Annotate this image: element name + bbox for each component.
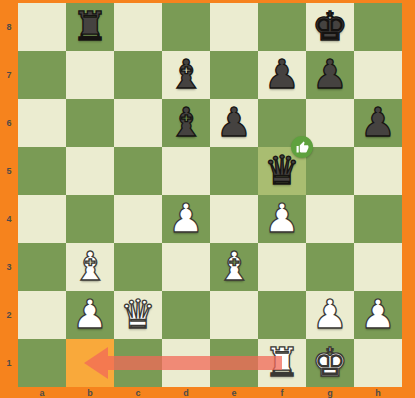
rank-label-8: 8 bbox=[0, 22, 18, 32]
file-label-h: h bbox=[354, 388, 402, 398]
square-g3[interactable] bbox=[306, 243, 354, 291]
square-e3[interactable]: ♝ bbox=[210, 243, 258, 291]
file-label-c: c bbox=[114, 388, 162, 398]
file-label-f: f bbox=[258, 388, 306, 398]
square-d5[interactable] bbox=[162, 147, 210, 195]
square-c6[interactable] bbox=[114, 99, 162, 147]
square-a4[interactable] bbox=[18, 195, 66, 243]
rank-label-3: 3 bbox=[0, 262, 18, 272]
chess-board[interactable]: ♜♚♝♟♟♝♟♟♛♟♟♝♝♟♛♟♟♜♚ bbox=[18, 3, 402, 387]
piece-white-bishop-b3[interactable]: ♝ bbox=[66, 243, 114, 291]
square-e8[interactable] bbox=[210, 3, 258, 51]
square-d7[interactable]: ♝ bbox=[162, 51, 210, 99]
square-c1[interactable] bbox=[114, 339, 162, 387]
square-h1[interactable] bbox=[354, 339, 402, 387]
good-move-badge bbox=[291, 136, 313, 158]
square-g5[interactable] bbox=[306, 147, 354, 195]
rank-label-4: 4 bbox=[0, 214, 18, 224]
square-a5[interactable] bbox=[18, 147, 66, 195]
square-g7[interactable]: ♟ bbox=[306, 51, 354, 99]
rank-label-2: 2 bbox=[0, 310, 18, 320]
square-e1[interactable] bbox=[210, 339, 258, 387]
square-d8[interactable] bbox=[162, 3, 210, 51]
square-a2[interactable] bbox=[18, 291, 66, 339]
square-b3[interactable]: ♝ bbox=[66, 243, 114, 291]
piece-white-pawn-b2[interactable]: ♟ bbox=[66, 291, 114, 339]
piece-black-bishop-d7[interactable]: ♝ bbox=[162, 51, 210, 99]
rank-label-5: 5 bbox=[0, 166, 18, 176]
file-label-d: d bbox=[162, 388, 210, 398]
square-e2[interactable] bbox=[210, 291, 258, 339]
square-f4[interactable]: ♟ bbox=[258, 195, 306, 243]
file-label-a: a bbox=[18, 388, 66, 398]
square-e5[interactable] bbox=[210, 147, 258, 195]
square-b6[interactable] bbox=[66, 99, 114, 147]
board-frame: ♜♚♝♟♟♝♟♟♛♟♟♝♝♟♛♟♟♜♚ 87654321abcdefgh bbox=[0, 0, 415, 398]
piece-black-pawn-e6[interactable]: ♟ bbox=[210, 99, 258, 147]
square-b4[interactable] bbox=[66, 195, 114, 243]
square-d4[interactable]: ♟ bbox=[162, 195, 210, 243]
square-b2[interactable]: ♟ bbox=[66, 291, 114, 339]
piece-white-pawn-f4[interactable]: ♟ bbox=[258, 195, 306, 243]
square-a8[interactable] bbox=[18, 3, 66, 51]
rank-label-1: 1 bbox=[0, 358, 18, 368]
square-h5[interactable] bbox=[354, 147, 402, 195]
rank-label-7: 7 bbox=[0, 70, 18, 80]
piece-white-king-g1[interactable]: ♚ bbox=[306, 339, 354, 387]
piece-white-bishop-e3[interactable]: ♝ bbox=[210, 243, 258, 291]
square-h7[interactable] bbox=[354, 51, 402, 99]
piece-black-rook-b8[interactable]: ♜ bbox=[66, 3, 114, 51]
square-a1[interactable] bbox=[18, 339, 66, 387]
square-b5[interactable] bbox=[66, 147, 114, 195]
square-d1[interactable] bbox=[162, 339, 210, 387]
square-g8[interactable]: ♚ bbox=[306, 3, 354, 51]
square-c3[interactable] bbox=[114, 243, 162, 291]
square-g4[interactable] bbox=[306, 195, 354, 243]
file-label-e: e bbox=[210, 388, 258, 398]
square-a3[interactable] bbox=[18, 243, 66, 291]
piece-white-pawn-g2[interactable]: ♟ bbox=[306, 291, 354, 339]
square-f3[interactable] bbox=[258, 243, 306, 291]
square-d3[interactable] bbox=[162, 243, 210, 291]
square-f7[interactable]: ♟ bbox=[258, 51, 306, 99]
square-e6[interactable]: ♟ bbox=[210, 99, 258, 147]
square-h6[interactable]: ♟ bbox=[354, 99, 402, 147]
thumbs-up-icon bbox=[296, 141, 309, 154]
square-h8[interactable] bbox=[354, 3, 402, 51]
square-c7[interactable] bbox=[114, 51, 162, 99]
square-g2[interactable]: ♟ bbox=[306, 291, 354, 339]
piece-black-pawn-g7[interactable]: ♟ bbox=[306, 51, 354, 99]
square-h4[interactable] bbox=[354, 195, 402, 243]
square-e7[interactable] bbox=[210, 51, 258, 99]
piece-black-bishop-d6[interactable]: ♝ bbox=[162, 99, 210, 147]
square-c4[interactable] bbox=[114, 195, 162, 243]
square-a6[interactable] bbox=[18, 99, 66, 147]
square-b8[interactable]: ♜ bbox=[66, 3, 114, 51]
rank-label-6: 6 bbox=[0, 118, 18, 128]
file-label-b: b bbox=[66, 388, 114, 398]
piece-black-pawn-h6[interactable]: ♟ bbox=[354, 99, 402, 147]
square-c5[interactable] bbox=[114, 147, 162, 195]
file-label-g: g bbox=[306, 388, 354, 398]
square-h2[interactable]: ♟ bbox=[354, 291, 402, 339]
piece-white-pawn-h2[interactable]: ♟ bbox=[354, 291, 402, 339]
square-h3[interactable] bbox=[354, 243, 402, 291]
square-d2[interactable] bbox=[162, 291, 210, 339]
square-a7[interactable] bbox=[18, 51, 66, 99]
piece-black-pawn-f7[interactable]: ♟ bbox=[258, 51, 306, 99]
piece-white-rook-f1[interactable]: ♜ bbox=[258, 339, 306, 387]
square-g1[interactable]: ♚ bbox=[306, 339, 354, 387]
square-d6[interactable]: ♝ bbox=[162, 99, 210, 147]
square-b7[interactable] bbox=[66, 51, 114, 99]
square-f8[interactable] bbox=[258, 3, 306, 51]
square-g6[interactable] bbox=[306, 99, 354, 147]
piece-white-queen-c2[interactable]: ♛ bbox=[114, 291, 162, 339]
square-c8[interactable] bbox=[114, 3, 162, 51]
piece-black-king-g8[interactable]: ♚ bbox=[306, 3, 354, 51]
square-b1[interactable] bbox=[66, 339, 114, 387]
square-e4[interactable] bbox=[210, 195, 258, 243]
piece-white-pawn-d4[interactable]: ♟ bbox=[162, 195, 210, 243]
square-f2[interactable] bbox=[258, 291, 306, 339]
square-f1[interactable]: ♜ bbox=[258, 339, 306, 387]
square-c2[interactable]: ♛ bbox=[114, 291, 162, 339]
